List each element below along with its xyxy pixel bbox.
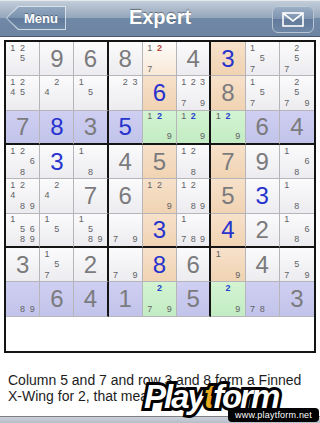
cell-r6c8[interactable]: 2 xyxy=(246,214,280,248)
pencil-marks: 15 xyxy=(42,215,71,245)
cell-r8c8[interactable]: 78 xyxy=(246,282,280,316)
pencil-marks: 12489 xyxy=(8,180,37,211)
cell-r5c2[interactable]: 24 xyxy=(40,179,74,213)
given-digit: 6 xyxy=(84,47,97,71)
pencil-marks: 127 xyxy=(145,43,174,74)
cell-r2c6[interactable]: 12379 xyxy=(177,76,211,110)
cell-r8c2[interactable]: 6 xyxy=(40,282,74,316)
user-digit: 3 xyxy=(255,184,268,208)
pencil-marks: 12379 xyxy=(179,77,207,108)
cell-r4c3[interactable]: 18 xyxy=(74,145,108,179)
given-digit: 8 xyxy=(119,47,132,71)
pencil-marks: 19 xyxy=(213,249,242,280)
cell-r2c5[interactable]: 6 xyxy=(143,76,177,110)
cell-r4c4[interactable]: 4 xyxy=(109,145,143,179)
cell-r3c8[interactable]: 6 xyxy=(246,111,280,145)
cell-r8c9[interactable]: 3 xyxy=(280,282,314,316)
cell-r3c3[interactable]: 3 xyxy=(74,111,108,145)
cell-r2c1[interactable]: 1245 xyxy=(6,76,40,110)
cell-r7c6[interactable]: 6 xyxy=(177,248,211,282)
given-digit: 4 xyxy=(187,47,200,71)
cell-r1c4[interactable]: 8 xyxy=(109,42,143,76)
given-digit: 5 xyxy=(221,184,234,208)
cell-r3c7[interactable]: 129 xyxy=(211,111,245,145)
pencil-marks: 129 xyxy=(179,112,207,142)
cell-r1c3[interactable]: 6 xyxy=(74,42,108,76)
cell-r7c9[interactable]: 579 xyxy=(280,248,314,282)
cell-r5c9[interactable]: 18 xyxy=(280,179,314,213)
cell-r7c8[interactable]: 4 xyxy=(246,248,280,282)
cell-r7c4[interactable]: 79 xyxy=(109,248,143,282)
cell-r7c5[interactable]: 8 xyxy=(143,248,177,282)
pencil-marks: 129 xyxy=(213,112,242,142)
cell-r5c7[interactable]: 5 xyxy=(211,179,245,213)
cell-r4c9[interactable]: 168 xyxy=(280,145,314,179)
given-digit: 9 xyxy=(255,150,268,174)
pencil-marks: 24 xyxy=(42,77,71,108)
cell-r4c5[interactable]: 5 xyxy=(143,145,177,179)
cell-r4c2[interactable]: 3 xyxy=(40,145,74,179)
given-digit: 3 xyxy=(84,115,97,139)
cell-r3c1[interactable]: 7 xyxy=(6,111,40,145)
cell-r4c6[interactable]: 128 xyxy=(177,145,211,179)
given-digit: 6 xyxy=(255,115,268,139)
cell-r6c4[interactable]: 79 xyxy=(109,214,143,248)
pencil-marks: 15 xyxy=(76,77,104,108)
given-digit: 4 xyxy=(255,253,268,277)
cell-r2c7[interactable]: 8 xyxy=(211,76,245,110)
given-digit: 6 xyxy=(50,287,63,311)
cell-r5c8[interactable]: 3 xyxy=(246,179,280,213)
pencil-marks: 15689 xyxy=(8,215,37,245)
pencil-marks: 2579 xyxy=(282,77,312,108)
cell-r4c8[interactable]: 9 xyxy=(246,145,280,179)
cell-r1c5[interactable]: 127 xyxy=(143,42,177,76)
cell-r2c3[interactable]: 15 xyxy=(74,76,108,110)
pencil-marks: 79 xyxy=(111,249,140,280)
cell-r5c6[interactable]: 1289 xyxy=(177,179,211,213)
cell-r6c6[interactable]: 1789 xyxy=(177,214,211,248)
cell-r3c6[interactable]: 129 xyxy=(177,111,211,145)
navigation-bar: Menu Expert xyxy=(0,0,320,37)
pencil-marks: 29 xyxy=(213,283,242,314)
pencil-marks: 18 xyxy=(282,180,312,211)
given-digit: 3 xyxy=(16,253,29,277)
pencil-marks: 1789 xyxy=(179,215,207,245)
pencil-marks: 24 xyxy=(42,180,71,211)
cell-r5c3[interactable]: 7 xyxy=(74,179,108,213)
pencil-marks: 579 xyxy=(282,249,312,280)
given-digit: 4 xyxy=(290,115,303,139)
cell-r1c2[interactable]: 9 xyxy=(40,42,74,76)
given-digit: 5 xyxy=(153,150,166,174)
pencil-marks: 1289 xyxy=(179,180,207,211)
user-digit: 8 xyxy=(50,115,63,139)
given-digit: 9 xyxy=(50,47,63,71)
cell-r5c4[interactable]: 6 xyxy=(109,179,143,213)
given-digit: 1 xyxy=(119,287,132,311)
pencil-marks: 125 xyxy=(8,43,37,74)
cell-r2c2[interactable]: 24 xyxy=(40,76,74,110)
given-digit: 4 xyxy=(119,150,132,174)
cell-r6c9[interactable]: 168 xyxy=(280,214,314,248)
cell-r8c3[interactable]: 4 xyxy=(74,282,108,316)
pencil-marks: 128 xyxy=(179,146,207,177)
cell-r1c8[interactable]: 157 xyxy=(246,42,280,76)
pencil-marks: 89 xyxy=(8,283,37,314)
given-digit: 7 xyxy=(16,115,29,139)
cell-r8c1[interactable]: 89 xyxy=(6,282,40,316)
pencil-marks: 1268 xyxy=(8,146,37,177)
cell-r8c7[interactable]: 29 xyxy=(211,282,245,316)
cell-r4c7[interactable]: 7 xyxy=(211,145,245,179)
cell-r2c8[interactable]: 157 xyxy=(246,76,280,110)
given-digit: 8 xyxy=(221,81,234,105)
given-digit: 7 xyxy=(84,184,97,208)
pencil-marks: 18 xyxy=(76,146,104,177)
cell-r7c7[interactable]: 19 xyxy=(211,248,245,282)
watermark-url: www.playtform.net xyxy=(228,408,319,422)
pencil-marks: 23 xyxy=(111,77,140,108)
sudoku-app-screen: Menu Expert 1259681274315725712452415236… xyxy=(0,0,320,423)
cell-r7c1[interactable]: 3 xyxy=(6,248,40,282)
cell-r1c1[interactable]: 125 xyxy=(6,42,40,76)
envelope-icon xyxy=(282,12,304,27)
cell-r6c7[interactable]: 4 xyxy=(211,214,245,248)
user-digit: 6 xyxy=(153,81,166,105)
user-digit: 8 xyxy=(153,253,166,277)
cell-r1c7[interactable]: 3 xyxy=(211,42,245,76)
pencil-marks: 129 xyxy=(145,112,174,142)
user-digit: 4 xyxy=(221,218,234,242)
cell-r7c3[interactable]: 2 xyxy=(74,248,108,282)
pencil-marks: 168 xyxy=(282,215,312,245)
cell-r2c4[interactable]: 23 xyxy=(109,76,143,110)
pencil-marks: 78 xyxy=(248,283,277,314)
user-digit: 3 xyxy=(50,150,63,174)
given-digit: 6 xyxy=(187,253,200,277)
cell-r3c5[interactable]: 129 xyxy=(143,111,177,145)
cell-r7c2[interactable]: 157 xyxy=(40,248,74,282)
cell-r4c1[interactable]: 1268 xyxy=(6,145,40,179)
cell-r1c9[interactable]: 257 xyxy=(280,42,314,76)
pencil-marks: 257 xyxy=(282,43,312,74)
sudoku-board: 1259681274315725712452415236123798157257… xyxy=(4,40,316,353)
pencil-marks: 279 xyxy=(145,283,174,314)
user-digit: 3 xyxy=(221,47,234,71)
given-digit: 6 xyxy=(119,184,132,208)
cell-r3c4[interactable]: 5 xyxy=(109,111,143,145)
user-digit: 3 xyxy=(153,218,166,242)
watermark: Playtform www.playtform.net xyxy=(140,375,320,423)
pencil-marks: 157 xyxy=(248,77,277,108)
given-digit: 7 xyxy=(221,150,234,174)
cell-r8c4[interactable]: 1 xyxy=(109,282,143,316)
cell-r8c5[interactable]: 279 xyxy=(143,282,177,316)
pencil-marks: 129 xyxy=(145,180,174,211)
pencil-marks: 168 xyxy=(282,146,312,177)
user-digit: 5 xyxy=(119,115,132,139)
cell-r8c6[interactable]: 5 xyxy=(177,282,211,316)
mail-button[interactable] xyxy=(272,5,314,33)
cell-r1c6[interactable]: 4 xyxy=(177,42,211,76)
cell-r6c3[interactable]: 1589 xyxy=(74,214,108,248)
cell-r5c5[interactable]: 129 xyxy=(143,179,177,213)
cell-r3c2[interactable]: 8 xyxy=(40,111,74,145)
pencil-marks: 157 xyxy=(248,43,277,74)
given-digit: 3 xyxy=(290,287,303,311)
pencil-marks: 157 xyxy=(42,249,71,280)
given-digit: 2 xyxy=(255,218,268,242)
given-digit: 2 xyxy=(84,253,97,277)
cell-r5c1[interactable]: 12489 xyxy=(6,179,40,213)
cell-r6c2[interactable]: 15 xyxy=(40,214,74,248)
given-digit: 5 xyxy=(187,287,200,311)
cell-r3c9[interactable]: 4 xyxy=(280,111,314,145)
pencil-marks: 79 xyxy=(111,215,140,245)
pencil-marks: 1589 xyxy=(76,215,104,245)
cell-r6c1[interactable]: 15689 xyxy=(6,214,40,248)
pencil-marks: 1245 xyxy=(8,77,37,108)
given-digit: 4 xyxy=(84,287,97,311)
cell-r2c9[interactable]: 2579 xyxy=(280,76,314,110)
cell-r6c5[interactable]: 3 xyxy=(143,214,177,248)
